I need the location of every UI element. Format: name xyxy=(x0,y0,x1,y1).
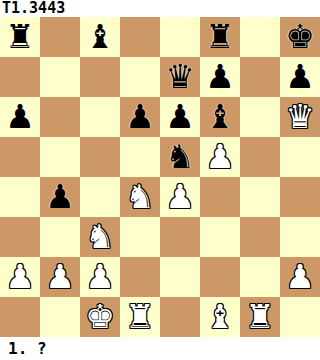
piece-white-queen: ♛ xyxy=(285,97,315,137)
square-d7[interactable] xyxy=(120,57,160,97)
square-c2[interactable]: ♟ xyxy=(80,257,120,297)
square-g5[interactable] xyxy=(240,137,280,177)
square-b1[interactable] xyxy=(40,297,80,337)
piece-white-knight: ♞ xyxy=(85,217,115,257)
piece-white-rook: ♜ xyxy=(245,297,275,337)
square-a2[interactable]: ♟ xyxy=(0,257,40,297)
piece-white-bishop: ♝ xyxy=(205,297,235,337)
piece-black-rook: ♜ xyxy=(205,17,235,57)
square-h7[interactable]: ♟ xyxy=(280,57,320,97)
square-a5[interactable] xyxy=(0,137,40,177)
square-f8[interactable]: ♜ xyxy=(200,17,240,57)
square-b5[interactable] xyxy=(40,137,80,177)
move-prompt: 1. ? xyxy=(8,337,47,360)
square-g8[interactable] xyxy=(240,17,280,57)
square-g3[interactable] xyxy=(240,217,280,257)
square-a6[interactable]: ♟ xyxy=(0,97,40,137)
square-c8[interactable]: ♝ xyxy=(80,17,120,57)
piece-black-pawn: ♟ xyxy=(5,97,35,137)
piece-black-pawn: ♟ xyxy=(165,97,195,137)
piece-white-rook: ♜ xyxy=(125,297,155,337)
status-bar: 1. ? xyxy=(0,337,320,360)
title-bar: T1.3443 xyxy=(0,0,320,17)
square-f3[interactable] xyxy=(200,217,240,257)
square-d5[interactable] xyxy=(120,137,160,177)
piece-black-rook: ♜ xyxy=(5,17,35,57)
square-c5[interactable] xyxy=(80,137,120,177)
square-f4[interactable] xyxy=(200,177,240,217)
square-e1[interactable] xyxy=(160,297,200,337)
square-d3[interactable] xyxy=(120,217,160,257)
puzzle-title: T1.3443 xyxy=(2,0,65,17)
square-h5[interactable] xyxy=(280,137,320,177)
square-a8[interactable]: ♜ xyxy=(0,17,40,57)
square-b6[interactable] xyxy=(40,97,80,137)
piece-black-bishop: ♝ xyxy=(85,17,115,57)
piece-black-knight: ♞ xyxy=(165,137,195,177)
piece-white-pawn: ♟ xyxy=(165,177,195,217)
square-g1[interactable]: ♜ xyxy=(240,297,280,337)
square-g2[interactable] xyxy=(240,257,280,297)
square-g4[interactable] xyxy=(240,177,280,217)
piece-white-pawn: ♟ xyxy=(5,257,35,297)
square-h6[interactable]: ♛ xyxy=(280,97,320,137)
square-e4[interactable]: ♟ xyxy=(160,177,200,217)
square-e8[interactable] xyxy=(160,17,200,57)
piece-white-pawn: ♟ xyxy=(85,257,115,297)
square-e2[interactable] xyxy=(160,257,200,297)
square-d1[interactable]: ♜ xyxy=(120,297,160,337)
square-c7[interactable] xyxy=(80,57,120,97)
square-e6[interactable]: ♟ xyxy=(160,97,200,137)
square-h4[interactable] xyxy=(280,177,320,217)
square-d6[interactable]: ♟ xyxy=(120,97,160,137)
square-c4[interactable] xyxy=(80,177,120,217)
square-h2[interactable]: ♟ xyxy=(280,257,320,297)
square-a7[interactable] xyxy=(0,57,40,97)
square-h1[interactable] xyxy=(280,297,320,337)
piece-white-pawn: ♟ xyxy=(205,137,235,177)
square-d4[interactable]: ♞ xyxy=(120,177,160,217)
square-f5[interactable]: ♟ xyxy=(200,137,240,177)
square-b3[interactable] xyxy=(40,217,80,257)
square-a3[interactable] xyxy=(0,217,40,257)
square-c1[interactable]: ♚ xyxy=(80,297,120,337)
square-h8[interactable]: ♚ xyxy=(280,17,320,57)
piece-white-king: ♚ xyxy=(85,297,115,337)
square-g7[interactable] xyxy=(240,57,280,97)
piece-black-pawn: ♟ xyxy=(125,97,155,137)
square-f2[interactable] xyxy=(200,257,240,297)
piece-black-bishop: ♝ xyxy=(205,97,235,137)
piece-white-pawn: ♟ xyxy=(285,257,315,297)
square-f1[interactable]: ♝ xyxy=(200,297,240,337)
piece-black-pawn: ♟ xyxy=(45,177,75,217)
square-c3[interactable]: ♞ xyxy=(80,217,120,257)
square-g6[interactable] xyxy=(240,97,280,137)
piece-black-pawn: ♟ xyxy=(205,57,235,97)
square-b7[interactable] xyxy=(40,57,80,97)
square-a4[interactable] xyxy=(0,177,40,217)
piece-black-queen: ♛ xyxy=(165,57,195,97)
square-e7[interactable]: ♛ xyxy=(160,57,200,97)
square-h3[interactable] xyxy=(280,217,320,257)
square-f7[interactable]: ♟ xyxy=(200,57,240,97)
square-e5[interactable]: ♞ xyxy=(160,137,200,177)
chess-board: ♜♝♜♚♛♟♟♟♟♟♝♛♞♟♟♞♟♞♟♟♟♟♚♜♝♜ xyxy=(0,17,320,337)
square-f6[interactable]: ♝ xyxy=(200,97,240,137)
square-e3[interactable] xyxy=(160,217,200,257)
square-a1[interactable] xyxy=(0,297,40,337)
square-d2[interactable] xyxy=(120,257,160,297)
square-c6[interactable] xyxy=(80,97,120,137)
square-d8[interactable] xyxy=(120,17,160,57)
square-b4[interactable]: ♟ xyxy=(40,177,80,217)
piece-white-pawn: ♟ xyxy=(45,257,75,297)
square-b2[interactable]: ♟ xyxy=(40,257,80,297)
piece-white-knight: ♞ xyxy=(125,177,155,217)
piece-black-pawn: ♟ xyxy=(285,57,315,97)
piece-black-king: ♚ xyxy=(285,17,315,57)
square-b8[interactable] xyxy=(40,17,80,57)
